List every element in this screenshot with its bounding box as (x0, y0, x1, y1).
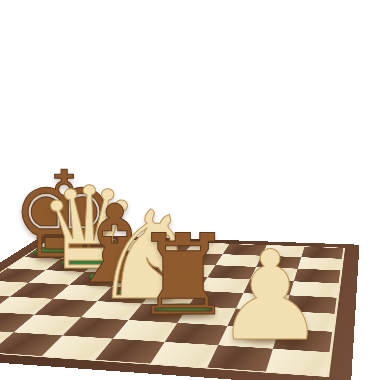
pieces-layer: ♚ ♛ ♝ ♞ ♜ ♟ (0, 0, 380, 380)
photo-scene: ♚ ♛ ♝ ♞ ♜ ♟ (0, 0, 380, 380)
white-pawn-piece: ♟ (214, 234, 325, 358)
